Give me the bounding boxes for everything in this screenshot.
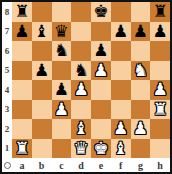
square-b1[interactable] [32, 139, 52, 159]
white-pawn[interactable]: ♟ [153, 81, 168, 98]
square-g1[interactable] [131, 139, 151, 159]
square-d4[interactable]: ♟ [71, 80, 91, 100]
white-pawn[interactable]: ♟ [133, 120, 148, 137]
rank-label-4: 4 [2, 80, 12, 100]
file-label-h: h [150, 158, 170, 172]
square-f4[interactable] [111, 80, 131, 100]
white-rook[interactable]: ♜ [14, 140, 29, 157]
rank-label-1: 1 [2, 139, 12, 159]
square-a4[interactable] [12, 80, 32, 100]
square-e6[interactable]: ♟ [91, 41, 111, 61]
square-f7[interactable]: ♟ [111, 22, 131, 42]
white-rook[interactable]: ♜ [153, 101, 168, 118]
square-d5[interactable]: ♞ [71, 61, 91, 81]
square-a1[interactable]: ♜ [12, 139, 32, 159]
file-label-e: e [91, 158, 111, 172]
file-label-g: g [131, 158, 151, 172]
square-a2[interactable] [12, 119, 32, 139]
black-pawn[interactable]: ♟ [54, 81, 69, 98]
rank-labels: 87654321 [2, 2, 12, 158]
white-pawn[interactable]: ♟ [54, 101, 69, 118]
black-pawn[interactable]: ♟ [153, 23, 168, 40]
square-f5[interactable] [111, 61, 131, 81]
square-d1[interactable]: ♛ [71, 139, 91, 159]
rank-label-2: 2 [2, 119, 12, 139]
rank-label-3: 3 [2, 100, 12, 120]
square-b5[interactable]: ♟ [32, 61, 52, 81]
square-c5[interactable] [52, 61, 72, 81]
chess-board: ♜♚♜♟♝♛♟♟♟♞♟♟♞♟♞♟♟♟♟♜♝♟♟♜♛♚♝ [12, 2, 170, 158]
square-b7[interactable]: ♝ [32, 22, 52, 42]
square-c8[interactable] [52, 2, 72, 22]
square-c6[interactable]: ♞ [52, 41, 72, 61]
white-pawn[interactable]: ♟ [93, 62, 108, 79]
square-f2[interactable]: ♟ [111, 119, 131, 139]
white-pawn[interactable]: ♟ [113, 120, 128, 137]
square-g3[interactable] [131, 100, 151, 120]
square-c7[interactable]: ♛ [52, 22, 72, 42]
white-queen[interactable]: ♛ [74, 140, 89, 157]
file-label-b: b [32, 158, 52, 172]
square-d2[interactable]: ♝ [71, 119, 91, 139]
square-h8[interactable]: ♜ [150, 2, 170, 22]
square-f8[interactable] [111, 2, 131, 22]
black-bishop[interactable]: ♝ [34, 23, 49, 40]
square-a8[interactable]: ♜ [12, 2, 32, 22]
black-rook[interactable]: ♜ [14, 3, 29, 20]
black-queen[interactable]: ♛ [54, 23, 69, 40]
square-a3[interactable] [12, 100, 32, 120]
square-g5[interactable]: ♞ [131, 61, 151, 81]
square-g2[interactable]: ♟ [131, 119, 151, 139]
square-f6[interactable] [111, 41, 131, 61]
square-b6[interactable] [32, 41, 52, 61]
square-h5[interactable] [150, 61, 170, 81]
white-to-move-indicator [4, 162, 11, 169]
square-c4[interactable]: ♟ [52, 80, 72, 100]
black-rook[interactable]: ♜ [153, 3, 168, 20]
white-bishop[interactable]: ♝ [74, 120, 89, 137]
square-g6[interactable] [131, 41, 151, 61]
white-bishop[interactable]: ♝ [113, 140, 128, 157]
square-b4[interactable] [32, 80, 52, 100]
black-knight[interactable]: ♞ [54, 42, 69, 59]
square-e3[interactable] [91, 100, 111, 120]
square-h6[interactable] [150, 41, 170, 61]
file-label-a: a [12, 158, 32, 172]
square-f3[interactable] [111, 100, 131, 120]
square-c3[interactable]: ♟ [52, 100, 72, 120]
rank-label-6: 6 [2, 41, 12, 61]
rank-label-5: 5 [2, 61, 12, 81]
white-king[interactable]: ♚ [93, 140, 108, 157]
square-h1[interactable] [150, 139, 170, 159]
square-c2[interactable] [52, 119, 72, 139]
square-g7[interactable]: ♟ [131, 22, 151, 42]
square-d8[interactable] [71, 2, 91, 22]
square-h3[interactable]: ♜ [150, 100, 170, 120]
square-h7[interactable]: ♟ [150, 22, 170, 42]
square-b2[interactable] [32, 119, 52, 139]
black-pawn[interactable]: ♟ [34, 62, 49, 79]
square-d6[interactable] [71, 41, 91, 61]
square-b3[interactable] [32, 100, 52, 120]
square-d3[interactable] [71, 100, 91, 120]
square-e5[interactable]: ♟ [91, 61, 111, 81]
file-label-d: d [71, 158, 91, 172]
square-g4[interactable] [131, 80, 151, 100]
square-b8[interactable] [32, 2, 52, 22]
white-pawn[interactable]: ♟ [74, 81, 89, 98]
square-c1[interactable] [52, 139, 72, 159]
file-label-f: f [111, 158, 131, 172]
black-pawn[interactable]: ♟ [93, 42, 108, 59]
white-knight[interactable]: ♞ [133, 62, 148, 79]
file-label-c: c [52, 158, 72, 172]
square-g8[interactable] [131, 2, 151, 22]
square-a7[interactable]: ♟ [12, 22, 32, 42]
black-knight[interactable]: ♞ [74, 62, 89, 79]
square-h2[interactable] [150, 119, 170, 139]
square-a6[interactable] [12, 41, 32, 61]
rank-label-7: 7 [2, 22, 12, 42]
file-labels: abcdefgh [12, 158, 170, 172]
square-f1[interactable]: ♝ [111, 139, 131, 159]
square-e7[interactable] [91, 22, 111, 42]
square-d7[interactable] [71, 22, 91, 42]
rank-label-8: 8 [2, 2, 12, 22]
square-h4[interactable]: ♟ [150, 80, 170, 100]
black-pawn[interactable]: ♟ [14, 23, 29, 40]
chess-board-frame: 87654321 ♜♚♜♟♝♛♟♟♟♞♟♟♞♟♞♟♟♟♟♜♝♟♟♜♛♚♝ abc… [0, 0, 172, 174]
square-e2[interactable] [91, 119, 111, 139]
square-a5[interactable] [12, 61, 32, 81]
black-king[interactable]: ♚ [93, 3, 108, 20]
black-pawn[interactable]: ♟ [113, 23, 128, 40]
square-e1[interactable]: ♚ [91, 139, 111, 159]
move-indicator-corner [2, 158, 12, 172]
black-pawn[interactable]: ♟ [133, 23, 148, 40]
square-e8[interactable]: ♚ [91, 2, 111, 22]
square-e4[interactable] [91, 80, 111, 100]
